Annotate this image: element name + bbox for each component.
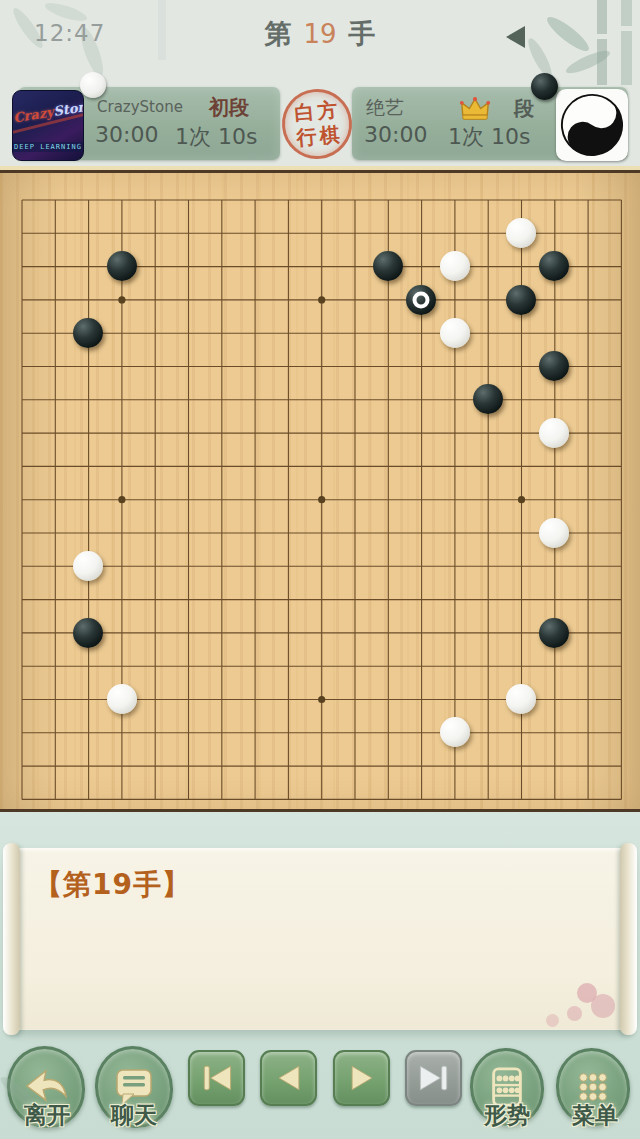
flower-decor bbox=[591, 994, 615, 1018]
crown-icon bbox=[458, 96, 492, 121]
white-stone-O17 bbox=[440, 251, 470, 281]
white-main-time: 30:00 bbox=[95, 122, 158, 147]
white-stone-badge bbox=[80, 72, 106, 98]
black-byoyomi: 1次 10s bbox=[448, 122, 530, 152]
move-info-label: 【第19手】 bbox=[34, 866, 191, 904]
go-app-screen: 12:47 第19手 CrazyStone DEEP LEARNING Craz… bbox=[0, 0, 640, 1139]
flower-decor bbox=[567, 1006, 582, 1021]
white-byoyomi: 1次 10s bbox=[175, 122, 257, 152]
white-player-rank: 初段 bbox=[209, 94, 249, 121]
black-stone-M17 bbox=[373, 251, 403, 281]
white-to-move-seal: 白方行棋 bbox=[279, 86, 355, 162]
yin-yang-icon bbox=[560, 93, 624, 157]
white-stone-R12 bbox=[539, 418, 569, 448]
black-player-name: 绝艺 bbox=[366, 95, 404, 121]
next-move-button[interactable] bbox=[333, 1050, 390, 1106]
move-number: 19 bbox=[303, 19, 336, 49]
black-stone-C6 bbox=[73, 618, 103, 648]
move-info-scroll: 【第19手】 bbox=[6, 848, 634, 1030]
previous-icon bbox=[271, 1061, 307, 1095]
player-bar: CrazyStone DEEP LEARNING CrazyStone 初段 3… bbox=[0, 65, 640, 170]
go-board[interactable] bbox=[0, 170, 640, 812]
last-move-button-disabled[interactable] bbox=[405, 1050, 462, 1106]
black-stone-badge bbox=[531, 73, 558, 100]
chat-button[interactable] bbox=[95, 1046, 173, 1128]
leave-button[interactable] bbox=[7, 1046, 85, 1128]
next-icon bbox=[344, 1061, 380, 1095]
black-stone-P13 bbox=[473, 384, 503, 414]
black-stone-N16-last-move bbox=[406, 285, 436, 315]
white-stone-O15 bbox=[440, 318, 470, 348]
grid-menu-icon bbox=[572, 1066, 614, 1108]
white-stone-Q4 bbox=[506, 684, 536, 714]
move-title-suffix: 手 bbox=[349, 18, 376, 49]
status-bar: 12:47 第19手 bbox=[0, 0, 640, 65]
skip-to-end-icon bbox=[414, 1061, 454, 1095]
bottom-section: 【第19手】 离开 聊天 bbox=[0, 812, 640, 1139]
toolbar: 离开 聊天 bbox=[0, 1040, 640, 1139]
black-stone-R17 bbox=[539, 251, 569, 281]
back-arrow-icon bbox=[23, 1066, 69, 1108]
white-stone-R9 bbox=[539, 518, 569, 548]
white-player-avatar: CrazyStone DEEP LEARNING bbox=[12, 90, 84, 161]
black-player-avatar bbox=[556, 89, 628, 161]
chat-bubble-icon bbox=[112, 1066, 156, 1108]
black-main-time: 30:00 bbox=[364, 122, 427, 147]
white-stone-C8 bbox=[73, 551, 103, 581]
black-stone-R14 bbox=[539, 351, 569, 381]
situation-button[interactable] bbox=[470, 1048, 544, 1126]
white-stone-Q18 bbox=[506, 218, 536, 248]
black-stone-D17 bbox=[107, 251, 137, 281]
move-title-prefix: 第 bbox=[264, 18, 291, 49]
flower-decor bbox=[546, 1014, 559, 1027]
back-button[interactable] bbox=[506, 26, 525, 48]
first-move-button[interactable] bbox=[188, 1050, 245, 1106]
previous-move-button[interactable] bbox=[260, 1050, 317, 1106]
black-stone-R6 bbox=[539, 618, 569, 648]
black-stone-C15 bbox=[73, 318, 103, 348]
white-stone-D4 bbox=[107, 684, 137, 714]
white-stone-O3 bbox=[440, 717, 470, 747]
move-title: 第19手 bbox=[0, 16, 640, 52]
skip-to-start-icon bbox=[197, 1061, 237, 1095]
black-player-rank: 段 bbox=[514, 95, 534, 122]
white-player-name: CrazyStone bbox=[97, 98, 183, 116]
black-stone-Q16 bbox=[506, 285, 536, 315]
crazystone-subtitle: DEEP LEARNING bbox=[13, 142, 83, 152]
menu-button[interactable] bbox=[556, 1048, 630, 1126]
stones-layer bbox=[5, 183, 638, 816]
abacus-icon bbox=[486, 1065, 528, 1109]
